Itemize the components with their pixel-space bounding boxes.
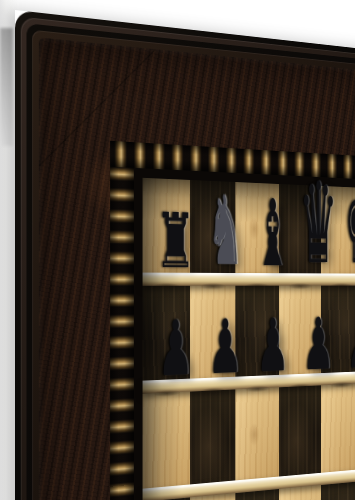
square-a8: ♜	[143, 178, 190, 273]
square-d6	[279, 385, 321, 476]
piece-black-rook-a8: ♜	[143, 228, 190, 279]
king-glyph: ♚	[344, 171, 355, 280]
rank-8: ♜♞♝♛♚	[143, 178, 355, 274]
board-opening: ♜♞♝♛♚♟♟♟♟♟	[134, 168, 355, 500]
square-b8: ♞	[190, 180, 235, 273]
frame-carved-edge-left	[110, 141, 134, 500]
piece-black-pawn-a7: ♟	[143, 341, 190, 388]
square-c6	[235, 387, 279, 480]
wall-shadow	[0, 28, 13, 146]
square-e6	[321, 383, 355, 472]
piece-black-queen-d8: ♛	[279, 228, 321, 280]
framed-board: ♜♞♝♛♚♟♟♟♟♟	[15, 10, 355, 500]
board: ♜♞♝♛♚♟♟♟♟♟	[143, 178, 355, 500]
piece-black-pawn-b7: ♟	[190, 339, 235, 385]
piece-black-bishop-c8: ♝	[235, 234, 279, 280]
piece-black-pawn-c7: ♟	[235, 338, 279, 383]
pawn-glyph: ♟	[347, 307, 355, 378]
photo-vertical-chess-board: ♜♞♝♛♚♟♟♟♟♟	[0, 0, 355, 500]
piece-black-knight-b8: ♞	[190, 233, 235, 279]
square-a6	[143, 392, 190, 489]
rank-7: ♟♟♟♟♟	[143, 285, 355, 380]
pawn-glyph: ♟	[158, 309, 194, 386]
piece-black-pawn-e7: ♟	[321, 336, 355, 379]
piece-black-king-e8: ♚	[321, 231, 355, 280]
square-a7: ♟	[143, 286, 190, 381]
square-b6	[190, 389, 235, 484]
square-b7: ♟	[190, 286, 235, 379]
piece-black-pawn-d7: ♟	[279, 337, 321, 381]
